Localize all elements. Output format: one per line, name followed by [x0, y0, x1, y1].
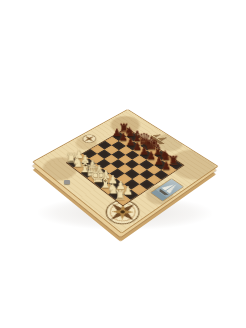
square-b2: ♟	[82, 158, 96, 168]
square-h5	[147, 174, 162, 184]
product-photo[interactable]: ♜♞♝♛♚♝♞♜♟♟♟♟♟♟♟♟♟♟♟♟♟♟♟♟♜♞♝♛♚♝♞♜	[0, 0, 246, 328]
clasp	[64, 180, 70, 184]
piece-white-r: ♜	[65, 152, 77, 165]
square-e4	[117, 164, 132, 174]
chess-board: ♜♞♝♛♚♝♞♜♟♟♟♟♟♟♟♟♟♟♟♟♟♟♟♟♜♞♝♛♚♝♞♜	[32, 109, 219, 234]
piece-white-p: ♟	[74, 149, 84, 160]
board-scene: ♜♞♝♛♚♝♞♜♟♟♟♟♟♟♟♟♟♟♟♟♟♟♟♟♜♞♝♛♚♝♞♜	[0, 0, 246, 328]
